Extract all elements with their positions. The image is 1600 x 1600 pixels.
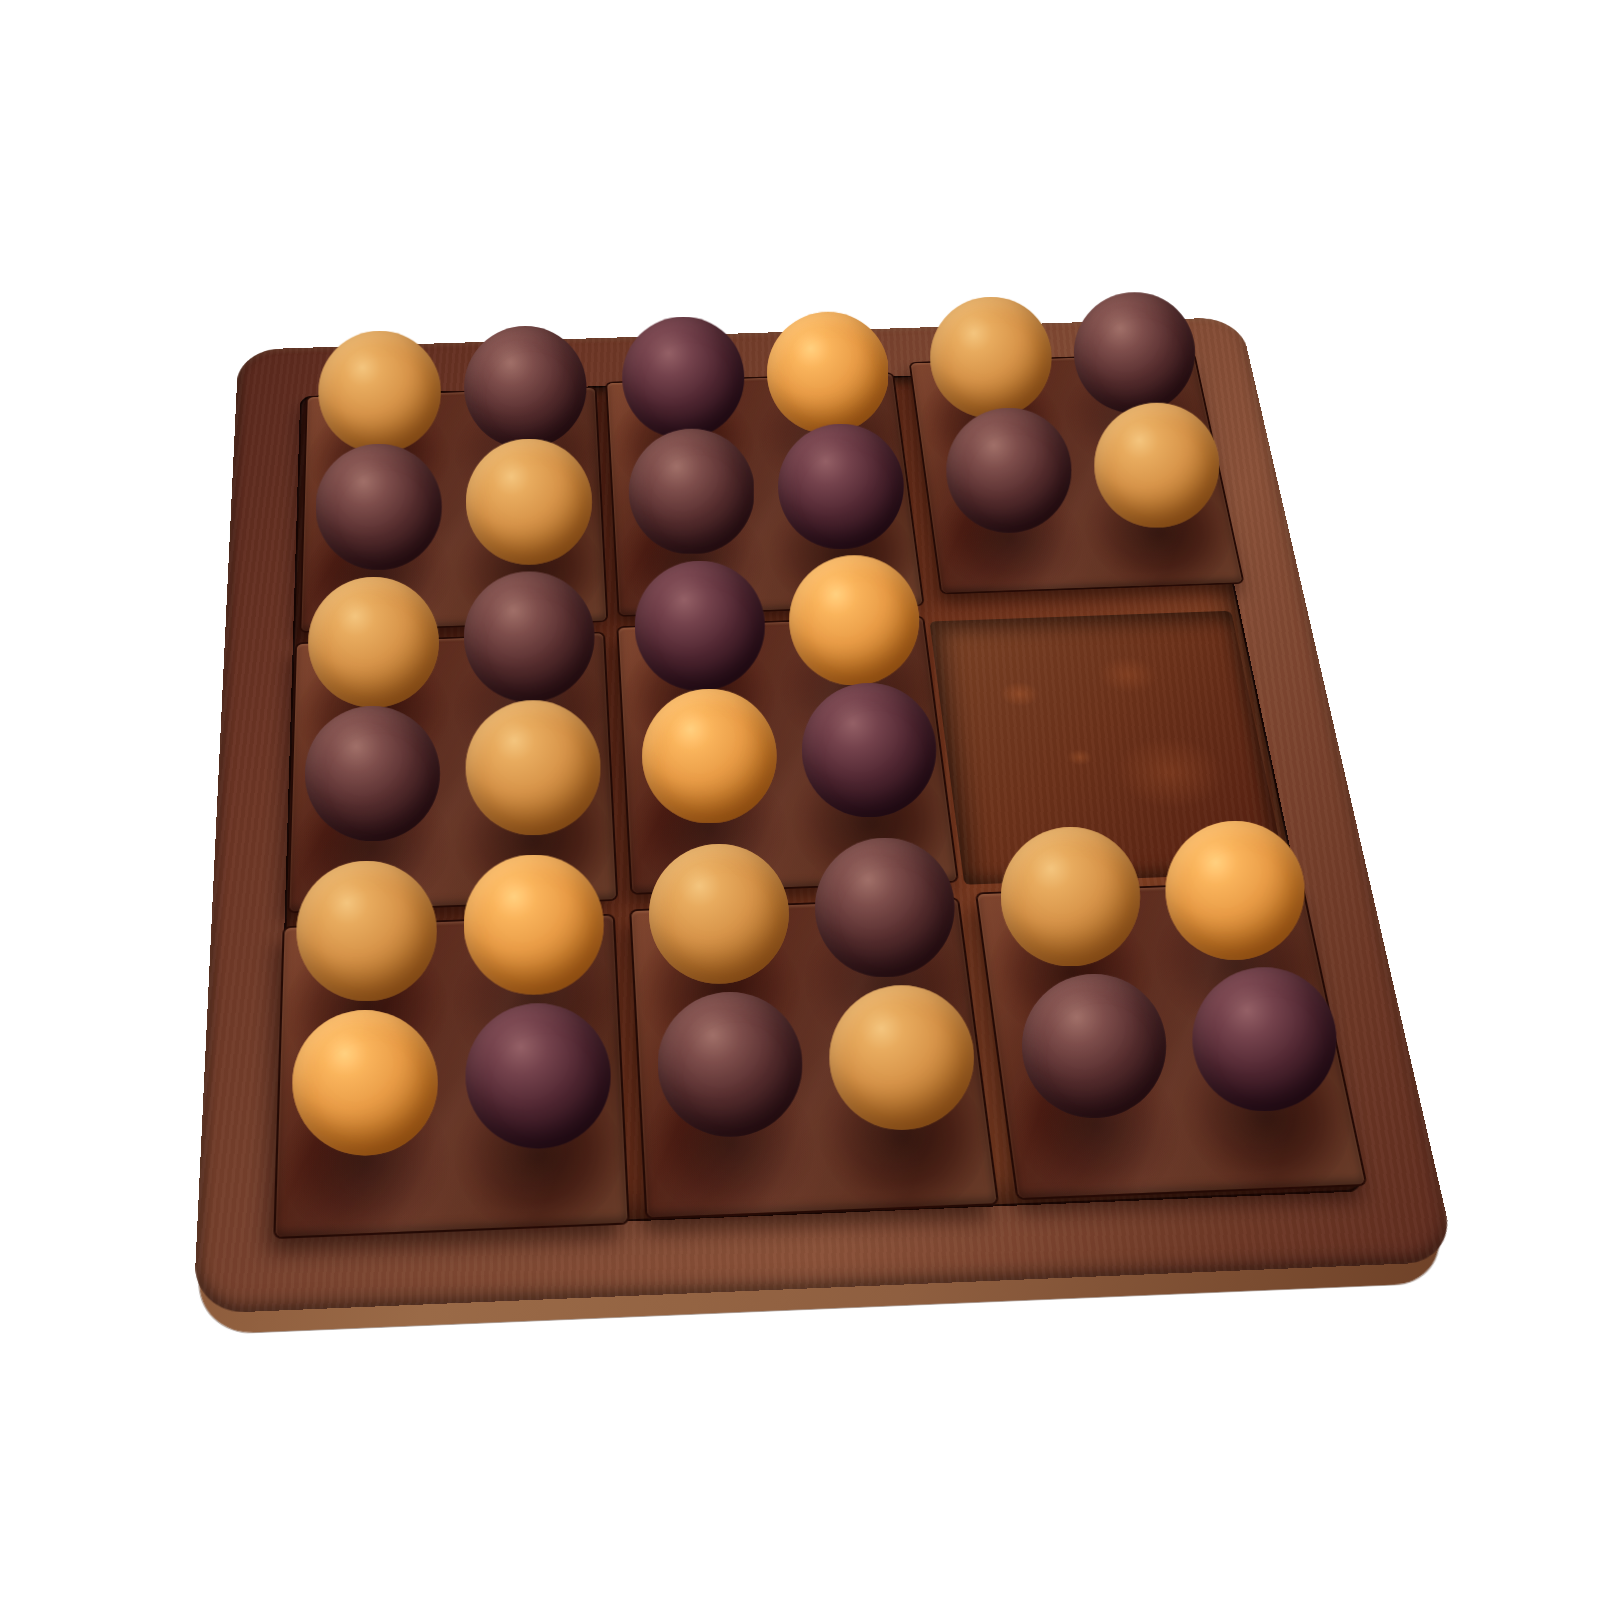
orange-ball-r1-c4[interactable] <box>767 312 889 434</box>
board-recess <box>275 366 1363 1235</box>
sliding-tile-3-3[interactable] <box>977 882 1365 1198</box>
dark-ball-r6-c2[interactable] <box>465 1003 610 1148</box>
orange-ball-r1-c1[interactable] <box>318 330 440 452</box>
cell-r6-c1 <box>276 1070 452 1237</box>
tile-slot-3-3 <box>966 882 1352 1197</box>
orange-ball-r2-c2[interactable] <box>465 438 591 564</box>
dark-ball-r6-c6[interactable] <box>1192 967 1336 1111</box>
dark-ball-r1-c3[interactable] <box>622 316 744 438</box>
dark-ball-r2-c1[interactable] <box>315 443 441 569</box>
cell-r6-c6 <box>1165 1028 1365 1191</box>
dark-ball-r1-c6[interactable] <box>1073 292 1194 413</box>
orange-ball-r4-c3[interactable] <box>642 688 777 823</box>
orange-ball-r2-c6[interactable] <box>1094 402 1219 527</box>
dark-ball-r2-c4[interactable] <box>778 423 904 549</box>
dark-ball-r5-c4[interactable] <box>814 837 954 977</box>
tile-slot-3-2 <box>631 894 995 1211</box>
dark-ball-r3-c3[interactable] <box>634 560 764 690</box>
orange-ball-r3-c1[interactable] <box>308 577 439 708</box>
dark-ball-r2-c5[interactable] <box>946 407 1071 532</box>
board-frame <box>193 317 1457 1314</box>
cell-r6-c3 <box>639 1052 822 1217</box>
orange-ball-r5-c1[interactable] <box>296 860 436 1000</box>
dark-ball-r3-c2[interactable] <box>463 571 594 702</box>
tile-slot-3-1 <box>286 907 636 1226</box>
orange-ball-r6-c4[interactable] <box>829 985 974 1130</box>
orange-ball-r4-c2[interactable] <box>465 700 600 835</box>
orange-ball-r6-c1[interactable] <box>292 1010 437 1155</box>
sliding-tile-3-1[interactable] <box>276 916 628 1237</box>
cell-r6-c2 <box>450 1064 627 1230</box>
orange-ball-r5-c3[interactable] <box>648 844 788 984</box>
orange-ball-r5-c2[interactable] <box>463 854 603 994</box>
dark-ball-r4-c4[interactable] <box>801 683 935 817</box>
dark-ball-r4-c1[interactable] <box>304 706 439 841</box>
game-board <box>193 317 1457 1314</box>
sliding-tile-3-2[interactable] <box>631 899 996 1218</box>
cell-r6-c5 <box>997 1034 1192 1198</box>
dark-ball-r2-c3[interactable] <box>628 428 754 554</box>
orange-ball-r3-c4[interactable] <box>789 555 919 685</box>
cell-r2-c6 <box>1072 465 1243 588</box>
cell-r6-c4 <box>808 1046 997 1211</box>
sliding-tile-1-3[interactable] <box>911 354 1243 593</box>
orange-ball-r1-c5[interactable] <box>930 297 1051 418</box>
orange-ball-r5-c6[interactable] <box>1165 821 1304 960</box>
dark-ball-r6-c5[interactable] <box>1021 973 1165 1117</box>
product-photo <box>0 0 1600 1600</box>
dark-ball-r6-c3[interactable] <box>657 991 802 1136</box>
cell-r2-c5 <box>926 470 1093 593</box>
orange-ball-r5-c5[interactable] <box>1000 827 1139 966</box>
dark-ball-r1-c2[interactable] <box>464 326 586 448</box>
tile-slot-1-3 <box>898 373 1230 614</box>
